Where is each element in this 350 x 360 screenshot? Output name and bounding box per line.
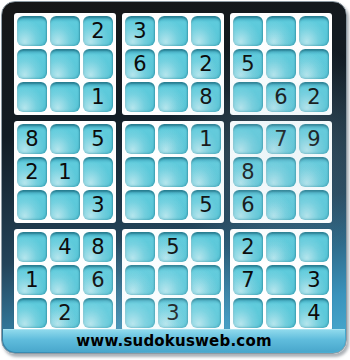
cell-r3c1[interactable] bbox=[17, 82, 47, 112]
cell-r4c9[interactable]: 9 bbox=[299, 124, 329, 154]
cell-r7c3[interactable]: 8 bbox=[83, 232, 113, 262]
cell-r7c8[interactable] bbox=[266, 232, 296, 262]
cell-r7c7[interactable]: 2 bbox=[233, 232, 263, 262]
cell-r3c3[interactable]: 1 bbox=[83, 82, 113, 112]
cell-r4c2[interactable] bbox=[50, 124, 80, 154]
cell-r9c4[interactable] bbox=[125, 298, 155, 328]
cell-r5c2[interactable]: 1 bbox=[50, 157, 80, 187]
cell-r2c8[interactable] bbox=[266, 49, 296, 79]
cell-r7c2[interactable]: 4 bbox=[50, 232, 80, 262]
cell-r1c9[interactable] bbox=[299, 16, 329, 46]
cell-r7c5[interactable]: 5 bbox=[158, 232, 188, 262]
cell-r3c9[interactable]: 2 bbox=[299, 82, 329, 112]
cell-r2c2[interactable] bbox=[50, 49, 80, 79]
cell-r2c9[interactable] bbox=[299, 49, 329, 79]
cell-r1c5[interactable] bbox=[158, 16, 188, 46]
cell-r9c7[interactable] bbox=[233, 298, 263, 328]
cell-r1c3[interactable]: 2 bbox=[83, 16, 113, 46]
cell-r3c2[interactable] bbox=[50, 82, 80, 112]
cell-r6c3[interactable]: 3 bbox=[83, 190, 113, 220]
cell-r3c5[interactable] bbox=[158, 82, 188, 112]
box-8: 53 bbox=[122, 229, 224, 331]
cell-r8c8[interactable] bbox=[266, 265, 296, 295]
cell-r9c2[interactable]: 2 bbox=[50, 298, 80, 328]
cell-r2c5[interactable] bbox=[158, 49, 188, 79]
sudoku-grid: 2136285628521315798648162532734 bbox=[14, 13, 332, 331]
box-3: 562 bbox=[230, 13, 332, 115]
sudoku-board: 2136285628521315798648162532734 www.sudo… bbox=[1, 1, 347, 354]
footer-band: www.sudokusweb.com bbox=[3, 329, 345, 352]
cell-r7c1[interactable] bbox=[17, 232, 47, 262]
box-1: 21 bbox=[14, 13, 116, 115]
cell-r6c6[interactable]: 5 bbox=[191, 190, 221, 220]
cell-r4c8[interactable]: 7 bbox=[266, 124, 296, 154]
cell-r8c9[interactable]: 3 bbox=[299, 265, 329, 295]
cell-r4c7[interactable] bbox=[233, 124, 263, 154]
box-9: 2734 bbox=[230, 229, 332, 331]
cell-r8c6[interactable] bbox=[191, 265, 221, 295]
cell-r5c6[interactable] bbox=[191, 157, 221, 187]
cell-r8c1[interactable]: 1 bbox=[17, 265, 47, 295]
cell-r2c1[interactable] bbox=[17, 49, 47, 79]
cell-r1c7[interactable] bbox=[233, 16, 263, 46]
cell-r4c5[interactable] bbox=[158, 124, 188, 154]
cell-r5c8[interactable] bbox=[266, 157, 296, 187]
page: 2136285628521315798648162532734 www.sudo… bbox=[0, 0, 350, 360]
cell-r8c5[interactable] bbox=[158, 265, 188, 295]
cell-r5c1[interactable]: 2 bbox=[17, 157, 47, 187]
site-url: www.sudokusweb.com bbox=[76, 332, 271, 350]
cell-r2c7[interactable]: 5 bbox=[233, 49, 263, 79]
cell-r1c2[interactable] bbox=[50, 16, 80, 46]
cell-r5c3[interactable] bbox=[83, 157, 113, 187]
cell-r7c9[interactable] bbox=[299, 232, 329, 262]
cell-r7c4[interactable] bbox=[125, 232, 155, 262]
cell-r9c6[interactable] bbox=[191, 298, 221, 328]
cell-r6c8[interactable] bbox=[266, 190, 296, 220]
cell-r3c4[interactable] bbox=[125, 82, 155, 112]
cell-r9c9[interactable]: 4 bbox=[299, 298, 329, 328]
cell-r9c3[interactable] bbox=[83, 298, 113, 328]
cell-r3c8[interactable]: 6 bbox=[266, 82, 296, 112]
cell-r4c4[interactable] bbox=[125, 124, 155, 154]
box-2: 3628 bbox=[122, 13, 224, 115]
cell-r4c1[interactable]: 8 bbox=[17, 124, 47, 154]
cell-r1c6[interactable] bbox=[191, 16, 221, 46]
cell-r5c4[interactable] bbox=[125, 157, 155, 187]
cell-r1c1[interactable] bbox=[17, 16, 47, 46]
cell-r9c5[interactable]: 3 bbox=[158, 298, 188, 328]
cell-r6c5[interactable] bbox=[158, 190, 188, 220]
box-6: 7986 bbox=[230, 121, 332, 223]
cell-r2c6[interactable]: 2 bbox=[191, 49, 221, 79]
cell-r5c7[interactable]: 8 bbox=[233, 157, 263, 187]
cell-r2c3[interactable] bbox=[83, 49, 113, 79]
cell-r6c1[interactable] bbox=[17, 190, 47, 220]
cell-r4c3[interactable]: 5 bbox=[83, 124, 113, 154]
cell-r6c2[interactable] bbox=[50, 190, 80, 220]
cell-r9c8[interactable] bbox=[266, 298, 296, 328]
cell-r5c9[interactable] bbox=[299, 157, 329, 187]
cell-r9c1[interactable] bbox=[17, 298, 47, 328]
cell-r7c6[interactable] bbox=[191, 232, 221, 262]
cell-r6c4[interactable] bbox=[125, 190, 155, 220]
cell-r1c4[interactable]: 3 bbox=[125, 16, 155, 46]
cell-r2c4[interactable]: 6 bbox=[125, 49, 155, 79]
cell-r6c9[interactable] bbox=[299, 190, 329, 220]
cell-r8c4[interactable] bbox=[125, 265, 155, 295]
cell-r8c3[interactable]: 6 bbox=[83, 265, 113, 295]
cell-r4c6[interactable]: 1 bbox=[191, 124, 221, 154]
box-7: 48162 bbox=[14, 229, 116, 331]
box-5: 15 bbox=[122, 121, 224, 223]
box-4: 85213 bbox=[14, 121, 116, 223]
cell-r3c6[interactable]: 8 bbox=[191, 82, 221, 112]
cell-r3c7[interactable] bbox=[233, 82, 263, 112]
cell-r8c7[interactable]: 7 bbox=[233, 265, 263, 295]
cell-r5c5[interactable] bbox=[158, 157, 188, 187]
cell-r8c2[interactable] bbox=[50, 265, 80, 295]
cell-r6c7[interactable]: 6 bbox=[233, 190, 263, 220]
cell-r1c8[interactable] bbox=[266, 16, 296, 46]
